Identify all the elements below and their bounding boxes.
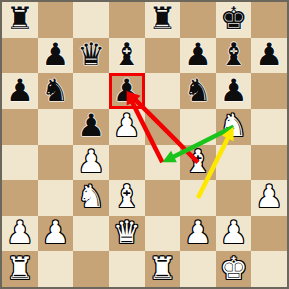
square-e8[interactable]: ♜ — [145, 2, 181, 38]
square-c8[interactable] — [73, 2, 109, 38]
square-c1[interactable] — [73, 251, 109, 287]
piece-white-bishop[interactable]: ♝ — [184, 146, 212, 177]
square-h1[interactable] — [251, 251, 287, 287]
square-g7[interactable]: ♝ — [216, 38, 252, 74]
square-c3[interactable]: ♞ — [73, 180, 109, 216]
square-h5[interactable] — [251, 109, 287, 145]
square-b1[interactable] — [38, 251, 74, 287]
square-a4[interactable] — [2, 145, 38, 181]
piece-white-knight[interactable]: ♞ — [77, 181, 105, 212]
piece-white-queen[interactable]: ♛ — [113, 217, 141, 248]
square-f3[interactable] — [180, 180, 216, 216]
piece-black-bishop[interactable]: ♝ — [113, 39, 141, 70]
square-e7[interactable] — [145, 38, 181, 74]
piece-white-pawn[interactable]: ♟ — [6, 217, 34, 248]
square-g2[interactable]: ♟ — [216, 216, 252, 252]
square-a6[interactable]: ♟ — [2, 73, 38, 109]
square-h4[interactable] — [251, 145, 287, 181]
square-e5[interactable] — [145, 109, 181, 145]
chess-board: ♜♜♚♟♛♝♟♝♟♟♞♟♞♟♟♟♞♟♝♞♝♟♟♟♛♟♟♜♜♚ — [0, 0, 289, 289]
square-e3[interactable] — [145, 180, 181, 216]
piece-black-rook[interactable]: ♜ — [6, 3, 34, 34]
square-a7[interactable] — [2, 38, 38, 74]
piece-black-pawn[interactable]: ♟ — [77, 110, 105, 141]
piece-black-pawn[interactable]: ♟ — [42, 39, 70, 70]
square-g5[interactable]: ♞ — [216, 109, 252, 145]
piece-black-knight[interactable]: ♞ — [184, 75, 212, 106]
piece-white-rook[interactable]: ♜ — [148, 253, 176, 284]
piece-black-pawn[interactable]: ♟ — [220, 75, 248, 106]
square-g3[interactable] — [216, 180, 252, 216]
square-d1[interactable] — [109, 251, 145, 287]
piece-black-knight[interactable]: ♞ — [42, 75, 70, 106]
square-f7[interactable]: ♟ — [180, 38, 216, 74]
piece-black-queen[interactable]: ♛ — [77, 39, 105, 70]
square-e1[interactable]: ♜ — [145, 251, 181, 287]
square-f4[interactable]: ♝ — [180, 145, 216, 181]
square-e4[interactable] — [145, 145, 181, 181]
square-a3[interactable] — [2, 180, 38, 216]
piece-white-knight[interactable]: ♞ — [220, 110, 248, 141]
square-f5[interactable] — [180, 109, 216, 145]
square-b5[interactable] — [38, 109, 74, 145]
piece-black-pawn[interactable]: ♟ — [184, 39, 212, 70]
square-f8[interactable] — [180, 2, 216, 38]
square-a1[interactable]: ♜ — [2, 251, 38, 287]
square-c4[interactable]: ♟ — [73, 145, 109, 181]
square-h6[interactable] — [251, 73, 287, 109]
square-d2[interactable]: ♛ — [109, 216, 145, 252]
piece-white-bishop[interactable]: ♝ — [113, 181, 141, 212]
square-g4[interactable] — [216, 145, 252, 181]
piece-white-pawn[interactable]: ♟ — [42, 217, 70, 248]
square-a2[interactable]: ♟ — [2, 216, 38, 252]
square-f6[interactable]: ♞ — [180, 73, 216, 109]
piece-black-pawn[interactable]: ♟ — [6, 75, 34, 106]
square-h2[interactable] — [251, 216, 287, 252]
square-g8[interactable]: ♚ — [216, 2, 252, 38]
square-c6[interactable] — [73, 73, 109, 109]
square-f2[interactable]: ♟ — [180, 216, 216, 252]
square-h3[interactable]: ♟ — [251, 180, 287, 216]
square-b3[interactable] — [38, 180, 74, 216]
square-h7[interactable]: ♟ — [251, 38, 287, 74]
piece-white-king[interactable]: ♚ — [220, 253, 248, 284]
piece-white-pawn[interactable]: ♟ — [255, 181, 283, 212]
square-a8[interactable]: ♜ — [2, 2, 38, 38]
square-f1[interactable] — [180, 251, 216, 287]
square-d3[interactable]: ♝ — [109, 180, 145, 216]
square-b2[interactable]: ♟ — [38, 216, 74, 252]
square-d6[interactable]: ♟ — [109, 73, 145, 109]
square-b6[interactable]: ♞ — [38, 73, 74, 109]
piece-white-rook[interactable]: ♜ — [6, 253, 34, 284]
square-c2[interactable] — [73, 216, 109, 252]
square-g6[interactable]: ♟ — [216, 73, 252, 109]
piece-white-pawn[interactable]: ♟ — [220, 217, 248, 248]
piece-white-pawn[interactable]: ♟ — [113, 110, 141, 141]
square-d5[interactable]: ♟ — [109, 109, 145, 145]
square-b7[interactable]: ♟ — [38, 38, 74, 74]
piece-black-rook[interactable]: ♜ — [148, 3, 176, 34]
piece-white-pawn[interactable]: ♟ — [184, 217, 212, 248]
square-e2[interactable] — [145, 216, 181, 252]
square-h8[interactable] — [251, 2, 287, 38]
piece-black-king[interactable]: ♚ — [220, 3, 248, 34]
square-c5[interactable]: ♟ — [73, 109, 109, 145]
piece-black-bishop[interactable]: ♝ — [220, 39, 248, 70]
square-c7[interactable]: ♛ — [73, 38, 109, 74]
piece-black-pawn[interactable]: ♟ — [113, 75, 141, 106]
square-a5[interactable] — [2, 109, 38, 145]
square-b8[interactable] — [38, 2, 74, 38]
piece-white-pawn[interactable]: ♟ — [77, 146, 105, 177]
square-d8[interactable] — [109, 2, 145, 38]
square-d4[interactable] — [109, 145, 145, 181]
square-e6[interactable] — [145, 73, 181, 109]
piece-black-pawn[interactable]: ♟ — [255, 39, 283, 70]
square-b4[interactable] — [38, 145, 74, 181]
square-g1[interactable]: ♚ — [216, 251, 252, 287]
square-d7[interactable]: ♝ — [109, 38, 145, 74]
